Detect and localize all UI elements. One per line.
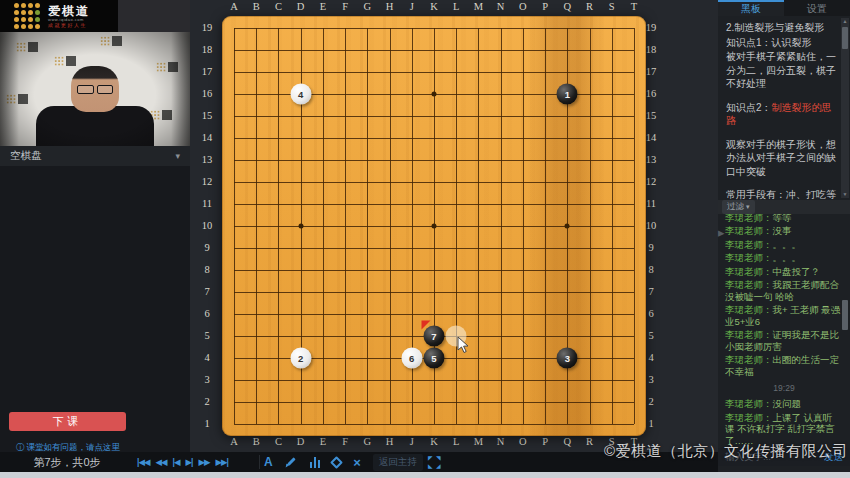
coord-letter: F bbox=[342, 436, 348, 447]
skip-end-button[interactable]: ▶▶| bbox=[215, 457, 227, 467]
coord-number: 9 bbox=[196, 242, 218, 253]
note-line: 被对手棋子紧紧贴住，一分为二，四分五裂，棋子不好处理 bbox=[726, 50, 838, 91]
board-letters-top: ABCDEFGHJKLMNOPQRST bbox=[234, 1, 634, 14]
pen-tool-icon[interactable] bbox=[285, 456, 298, 469]
coord-letter: K bbox=[430, 436, 438, 447]
tab-settings[interactable]: 设置 bbox=[784, 0, 850, 16]
chat-message-list: 李珺老师：31我下估计就颓了李珺老师：嗯李珺老师：这个乱。。李珺老师：我的天 这… bbox=[718, 214, 850, 448]
sidebar-tabs: 黑板 设置 bbox=[718, 0, 850, 16]
coord-number: 4 bbox=[196, 352, 218, 363]
chat-sender: 李珺老师： bbox=[725, 354, 773, 365]
filter-button[interactable]: 过滤▾ bbox=[722, 200, 755, 214]
coord-letter: C bbox=[275, 436, 282, 447]
text-tool-button[interactable]: A bbox=[264, 455, 273, 469]
rewind-button[interactable]: ◀◀ bbox=[155, 457, 166, 467]
chevron-down-icon: ▾ bbox=[175, 151, 180, 161]
go-stone-white-D4: 2 bbox=[290, 348, 311, 369]
coord-number: 7 bbox=[196, 286, 218, 297]
step-back-button[interactable]: |◀ bbox=[173, 457, 180, 467]
coord-letter: B bbox=[253, 436, 260, 447]
coord-letter: H bbox=[386, 1, 394, 12]
board-letters-bottom: ABCDEFGHJKLMNOPQRST bbox=[234, 436, 634, 449]
board-select-label: 空棋盘 bbox=[10, 149, 42, 163]
chat-message: 李珺老师：没问题 bbox=[718, 398, 850, 410]
help-link-label: 课堂如有问题，请点这里 bbox=[27, 442, 121, 452]
coord-letter: N bbox=[497, 1, 505, 12]
brand-name: 爱棋道 bbox=[48, 5, 90, 17]
chat-sender: 李珺老师： bbox=[725, 304, 773, 315]
chat-message: 李珺老师：我跟王老师配合 没被嘘一句 哈哈 bbox=[718, 279, 850, 302]
send-button[interactable]: 发送 bbox=[824, 451, 843, 464]
scroll-up-icon: ▲ bbox=[841, 18, 849, 25]
coord-number: 19 bbox=[196, 22, 218, 33]
coord-letter: D bbox=[297, 436, 305, 447]
instructor-video bbox=[0, 32, 190, 146]
coord-letter: P bbox=[542, 1, 548, 12]
coord-letter: A bbox=[230, 436, 238, 447]
left-sidebar: 爱棋道 www.iqidao.com 成就更好人生 空棋盘 ▾ 下课 ⓘ课堂如 bbox=[0, 0, 190, 472]
chevron-down-icon: ▾ bbox=[746, 203, 750, 210]
coord-letter: G bbox=[364, 1, 372, 12]
collapse-panel-handle[interactable]: ▸ bbox=[718, 226, 725, 239]
coord-letter: R bbox=[586, 436, 593, 447]
coord-number: 6 bbox=[196, 308, 218, 319]
chat-message: 李珺老师：我+ 王老师 最强业5+业6 bbox=[718, 304, 850, 327]
coord-number: 1 bbox=[196, 418, 218, 429]
coord-number: 3 bbox=[196, 374, 218, 385]
coord-number: 17 bbox=[196, 66, 218, 77]
clear-annotations-button[interactable]: × bbox=[353, 455, 361, 470]
last-move-marker bbox=[422, 321, 431, 330]
right-sidebar: 黑板 设置 2.制造裂形与避免裂形知识点1：认识裂形被对手棋子紧紧贴住，一分为二… bbox=[718, 0, 850, 472]
chat-timestamp: 19:29 bbox=[718, 383, 850, 393]
coord-letter: T bbox=[631, 1, 637, 12]
coord-number: 15 bbox=[196, 110, 218, 121]
coord-letter: J bbox=[410, 436, 414, 447]
end-class-button[interactable]: 下课 bbox=[9, 412, 126, 431]
chat-input-bar: 输入文字... 发送 bbox=[718, 448, 850, 466]
chat-sender: 李珺老师： bbox=[725, 266, 773, 277]
chat-message: 李珺老师：等等 bbox=[718, 214, 850, 223]
go-stone-white-D16: 4 bbox=[290, 83, 311, 104]
chat-input[interactable]: 输入文字... bbox=[725, 451, 771, 464]
go-stone-black-K5: 7 bbox=[424, 326, 445, 347]
coord-letter: O bbox=[519, 1, 527, 12]
chart-tool-icon[interactable] bbox=[310, 457, 321, 468]
coord-letter: T bbox=[631, 436, 637, 447]
note-line: 2.制造裂形与避免裂形 bbox=[726, 21, 838, 35]
go-board-panel: ABCDEFGHJKLMNOPQRST ABCDEFGHJKLMNOPQRST … bbox=[190, 0, 718, 452]
coord-letter: L bbox=[453, 1, 459, 12]
fast-forward-button[interactable]: ▶▶ bbox=[198, 457, 209, 467]
chat-message: 李珺老师：中盘投了？ bbox=[718, 266, 850, 278]
board-select-dropdown[interactable]: 空棋盘 ▾ bbox=[0, 146, 190, 166]
brand-tagline: 成就更好人生 bbox=[48, 23, 90, 28]
coord-number: 16 bbox=[196, 88, 218, 99]
chat-message: 李珺老师：上课了 认真听课 不许私打字 乱打字禁言了…… bbox=[718, 412, 850, 447]
coord-letter: J bbox=[410, 1, 414, 12]
coord-letter: F bbox=[342, 1, 348, 12]
go-stone-black-K4: 5 bbox=[424, 348, 445, 369]
coord-number: 5 bbox=[196, 330, 218, 341]
go-board-grid[interactable]: 1234567 bbox=[234, 28, 634, 424]
chat-message: 李珺老师：没事 bbox=[718, 225, 850, 237]
coord-letter: A bbox=[230, 1, 238, 12]
skip-start-button[interactable]: |◀◀ bbox=[137, 457, 149, 467]
chat-message: 李珺老师：证明我是不是比小囡老师厉害 bbox=[718, 329, 850, 352]
chat-sender: 李珺老师： bbox=[725, 412, 773, 423]
chat-sender: 李珺老师： bbox=[725, 329, 773, 340]
coord-number: 18 bbox=[196, 44, 218, 55]
bottom-toolbar: 第7步，共0步 |◀◀◀◀|◀▶|▶▶▶▶| A × 返回主持 ◤◥◣◢ bbox=[0, 452, 718, 472]
chat-sender: 李珺老师： bbox=[725, 279, 773, 290]
playback-controls: |◀◀◀◀|◀▶|▶▶▶▶| bbox=[137, 452, 228, 472]
notes-scrollbar[interactable]: ▲ ▼ bbox=[841, 18, 849, 198]
step-status: 第7步，共0步 bbox=[0, 452, 134, 472]
coord-letter: M bbox=[474, 436, 483, 447]
chat-sender: 李珺老师： bbox=[725, 225, 773, 236]
coord-letter: B bbox=[253, 1, 260, 12]
chat-message: 李珺老师：。。。 bbox=[718, 252, 850, 264]
brand-url: www.iqidao.com bbox=[48, 18, 90, 22]
chat-sender: 李珺老师： bbox=[725, 214, 773, 223]
lesson-notes: 2.制造裂形与避免裂形知识点1：认识裂形被对手棋子紧紧贴住，一分为二，四分五裂，… bbox=[718, 16, 850, 200]
chat-message: 李珺老师：。。。 bbox=[718, 239, 850, 251]
go-stone-black-Q16: 1 bbox=[557, 83, 578, 104]
chat-message: 李珺老师：出圈的生活一定不幸福 bbox=[718, 354, 850, 377]
coord-letter: O bbox=[519, 436, 527, 447]
return-host-button[interactable]: 返回主持 bbox=[373, 454, 423, 471]
coord-letter: G bbox=[364, 436, 372, 447]
annotation-tools: A × 返回主持 bbox=[264, 452, 423, 472]
coord-letter: D bbox=[297, 1, 305, 12]
chat-sender: 李珺老师： bbox=[725, 398, 773, 409]
chat-filter-bar: 过滤▾ bbox=[718, 200, 850, 214]
coord-letter: E bbox=[320, 436, 326, 447]
coord-letter: R bbox=[586, 1, 593, 12]
coord-number: 14 bbox=[196, 132, 218, 143]
note-line: 知识点2：制造裂形的思路 bbox=[726, 101, 838, 128]
board-numbers-left: 19181716151413121110987654321 bbox=[196, 28, 218, 424]
go-stone-black-Q4: 3 bbox=[557, 348, 578, 369]
tab-blackboard[interactable]: 黑板 bbox=[718, 0, 784, 16]
coord-letter: H bbox=[386, 436, 394, 447]
info-icon: ⓘ bbox=[16, 442, 25, 452]
step-forward-button[interactable]: ▶| bbox=[185, 457, 192, 467]
coord-letter: S bbox=[609, 436, 615, 447]
eraser-tool-icon[interactable] bbox=[330, 456, 343, 469]
note-line: 观察对手的棋子形状，想办法从对手棋子之间的缺口中突破 bbox=[726, 138, 838, 179]
coord-letter: L bbox=[453, 436, 459, 447]
fullscreen-icon[interactable]: ◤◥◣◢ bbox=[428, 455, 442, 469]
go-board[interactable]: 1234567 bbox=[222, 16, 646, 436]
mouse-cursor bbox=[457, 336, 471, 354]
coord-number: 12 bbox=[196, 176, 218, 187]
coord-number: 13 bbox=[196, 154, 218, 165]
chat-sender: 李珺老师： bbox=[725, 252, 773, 263]
coord-letter: Q bbox=[564, 436, 572, 447]
coord-letter: P bbox=[542, 436, 548, 447]
brand-dots-icon bbox=[14, 3, 41, 30]
coord-number: 10 bbox=[196, 220, 218, 231]
coord-letter: M bbox=[474, 1, 483, 12]
scroll-down-icon: ▼ bbox=[841, 191, 849, 198]
coord-letter: K bbox=[430, 1, 438, 12]
coord-letter: N bbox=[497, 436, 505, 447]
app-window: 爱棋道 www.iqidao.com 成就更好人生 空棋盘 ▾ 下课 ⓘ课堂如 bbox=[0, 0, 850, 478]
note-line: 常用手段有：冲、打吃等 bbox=[726, 188, 838, 200]
coord-number: 11 bbox=[196, 198, 218, 209]
coord-number: 2 bbox=[196, 396, 218, 407]
coord-letter: C bbox=[275, 1, 282, 12]
coord-letter: E bbox=[320, 1, 326, 12]
chat-scrollbar[interactable] bbox=[841, 300, 849, 334]
coord-letter: S bbox=[609, 1, 615, 12]
brand-bar: 爱棋道 www.iqidao.com 成就更好人生 bbox=[0, 0, 190, 32]
chat-sender: 李珺老师： bbox=[725, 239, 773, 250]
coord-number: 8 bbox=[196, 264, 218, 275]
bottom-strip bbox=[0, 472, 850, 478]
brand-logo: 爱棋道 www.iqidao.com 成就更好人生 bbox=[0, 0, 118, 32]
coord-letter: Q bbox=[564, 1, 572, 12]
go-stone-white-J4: 6 bbox=[401, 348, 422, 369]
note-line: 知识点1：认识裂形 bbox=[726, 36, 838, 50]
